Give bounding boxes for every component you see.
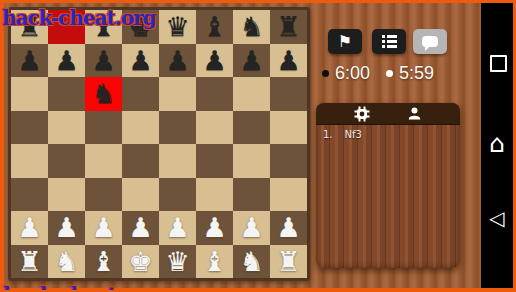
square-c4[interactable] [85, 144, 122, 178]
white-clock: 5:59 [386, 63, 434, 83]
square-h3[interactable] [270, 178, 307, 212]
square-e5[interactable] [159, 111, 196, 145]
move-list-button[interactable] [372, 29, 406, 54]
piece-black-pawn: ♟ [128, 44, 152, 77]
player-icon[interactable] [407, 106, 422, 121]
square-f2[interactable]: ♟ [196, 211, 233, 245]
flag-icon: ⚑ [338, 34, 352, 50]
square-b6[interactable] [48, 77, 85, 111]
square-b2[interactable]: ♟ [48, 211, 85, 245]
square-d5[interactable] [122, 111, 159, 145]
square-c2[interactable]: ♟ [85, 211, 122, 245]
piece-black-pawn: ♟ [276, 44, 300, 77]
list-icon [382, 35, 397, 48]
moves-panel-header [316, 103, 460, 125]
square-d6[interactable] [122, 77, 159, 111]
piece-white-pawn: ♟ [54, 211, 78, 244]
square-g6[interactable] [233, 77, 270, 111]
piece-black-pawn: ♟ [165, 44, 189, 77]
chat-bubble-icon [422, 36, 438, 47]
back-button[interactable]: ◁ [481, 208, 513, 228]
piece-white-bishop: ♝ [202, 245, 226, 278]
piece-white-pawn: ♟ [17, 211, 41, 244]
square-g5[interactable] [233, 111, 270, 145]
square-h5[interactable] [270, 111, 307, 145]
square-e1[interactable]: ♛ [159, 245, 196, 279]
white-player-dot-icon [386, 70, 393, 77]
square-f6[interactable] [196, 77, 233, 111]
chat-button[interactable] [413, 29, 447, 54]
square-h2[interactable]: ♟ [270, 211, 307, 245]
piece-white-pawn: ♟ [202, 211, 226, 244]
square-a5[interactable] [11, 111, 48, 145]
piece-black-pawn: ♟ [17, 44, 41, 77]
square-e3[interactable] [159, 178, 196, 212]
piece-white-knight: ♞ [54, 245, 78, 278]
cpu-icon[interactable] [354, 106, 370, 122]
square-b4[interactable] [48, 144, 85, 178]
piece-white-pawn: ♟ [128, 211, 152, 244]
piece-white-knight: ♞ [239, 245, 263, 278]
android-navbar: ⌂ ◁ [481, 3, 513, 288]
piece-white-king: ♚ [128, 245, 152, 278]
square-f5[interactable] [196, 111, 233, 145]
piece-white-rook: ♜ [276, 245, 300, 278]
watermark-text: hack-cheat.org [2, 6, 156, 30]
square-d3[interactable] [122, 178, 159, 212]
square-a3[interactable] [11, 178, 48, 212]
square-h7[interactable]: ♟ [270, 44, 307, 78]
square-h8[interactable]: ♜ [270, 10, 307, 44]
square-g4[interactable] [233, 144, 270, 178]
board-grid: ♜♝♚♛♝♞♜♟♟♟♟♟♟♟♟♞♟♟♟♟♟♟♟♟♜♞♝♚♛♝♞♜ [11, 10, 307, 278]
square-g1[interactable]: ♞ [233, 245, 270, 279]
black-clock: 6:00 [322, 63, 370, 83]
square-a6[interactable] [11, 77, 48, 111]
piece-white-pawn: ♟ [91, 211, 115, 244]
square-c5[interactable] [85, 111, 122, 145]
square-g8[interactable]: ♞ [233, 10, 270, 44]
watermark-bottom-fragment: hack-cheat.org [3, 283, 118, 290]
square-a7[interactable]: ♟ [11, 44, 48, 78]
square-f1[interactable]: ♝ [196, 245, 233, 279]
square-e8[interactable]: ♛ [159, 10, 196, 44]
square-f8[interactable]: ♝ [196, 10, 233, 44]
move-list-row[interactable]: 1. Nf3 [316, 125, 460, 140]
piece-white-rook: ♜ [17, 245, 41, 278]
piece-white-queen: ♛ [165, 245, 189, 278]
square-b1[interactable]: ♞ [48, 245, 85, 279]
square-c1[interactable]: ♝ [85, 245, 122, 279]
piece-white-pawn: ♟ [276, 211, 300, 244]
square-c7[interactable]: ♟ [85, 44, 122, 78]
square-c3[interactable] [85, 178, 122, 212]
square-h6[interactable] [270, 77, 307, 111]
square-e6[interactable] [159, 77, 196, 111]
square-f3[interactable] [196, 178, 233, 212]
piece-white-pawn: ♟ [239, 211, 263, 244]
square-d1[interactable]: ♚ [122, 245, 159, 279]
app-screen: ♜♝♚♛♝♞♜♟♟♟♟♟♟♟♟♞♟♟♟♟♟♟♟♟♜♞♝♚♛♝♞♜ hack-ch… [0, 0, 516, 292]
square-e7[interactable]: ♟ [159, 44, 196, 78]
piece-black-pawn: ♟ [91, 44, 115, 77]
piece-white-pawn: ♟ [165, 211, 189, 244]
resign-flag-button[interactable]: ⚑ [328, 29, 362, 54]
square-g7[interactable]: ♟ [233, 44, 270, 78]
piece-black-rook: ♜ [276, 10, 300, 43]
square-a1[interactable]: ♜ [11, 245, 48, 279]
square-d4[interactable] [122, 144, 159, 178]
white-clock-time: 5:59 [399, 63, 434, 84]
square-h4[interactable] [270, 144, 307, 178]
piece-black-queen: ♛ [165, 10, 189, 43]
piece-white-bishop: ♝ [91, 245, 115, 278]
piece-black-pawn: ♟ [54, 44, 78, 77]
square-a2[interactable]: ♟ [11, 211, 48, 245]
square-e4[interactable] [159, 144, 196, 178]
square-e2[interactable]: ♟ [159, 211, 196, 245]
square-g2[interactable]: ♟ [233, 211, 270, 245]
piece-black-pawn: ♟ [202, 44, 226, 77]
square-b7[interactable]: ♟ [48, 44, 85, 78]
piece-black-pawn: ♟ [239, 44, 263, 77]
moves-panel: 1. Nf3 [316, 103, 460, 268]
home-button[interactable]: ⌂ [481, 131, 513, 156]
square-b3[interactable] [48, 178, 85, 212]
square-g3[interactable] [233, 178, 270, 212]
square-f7[interactable]: ♟ [196, 44, 233, 78]
move-number: 1. [323, 129, 333, 140]
piece-black-knight: ♞ [91, 77, 115, 110]
recents-button[interactable] [490, 55, 507, 72]
square-b5[interactable] [48, 111, 85, 145]
move-san: Nf3 [345, 129, 362, 140]
square-d2[interactable]: ♟ [122, 211, 159, 245]
square-d7[interactable]: ♟ [122, 44, 159, 78]
square-a4[interactable] [11, 144, 48, 178]
black-player-dot-icon [322, 70, 329, 77]
piece-black-knight: ♞ [239, 10, 263, 43]
black-clock-time: 6:00 [335, 63, 370, 84]
chess-board[interactable]: ♜♝♚♛♝♞♜♟♟♟♟♟♟♟♟♞♟♟♟♟♟♟♟♟♜♞♝♚♛♝♞♜ [8, 7, 310, 281]
piece-black-bishop: ♝ [202, 10, 226, 43]
square-f4[interactable] [196, 144, 233, 178]
square-h1[interactable]: ♜ [270, 245, 307, 279]
square-c6[interactable]: ♞ [85, 77, 122, 111]
